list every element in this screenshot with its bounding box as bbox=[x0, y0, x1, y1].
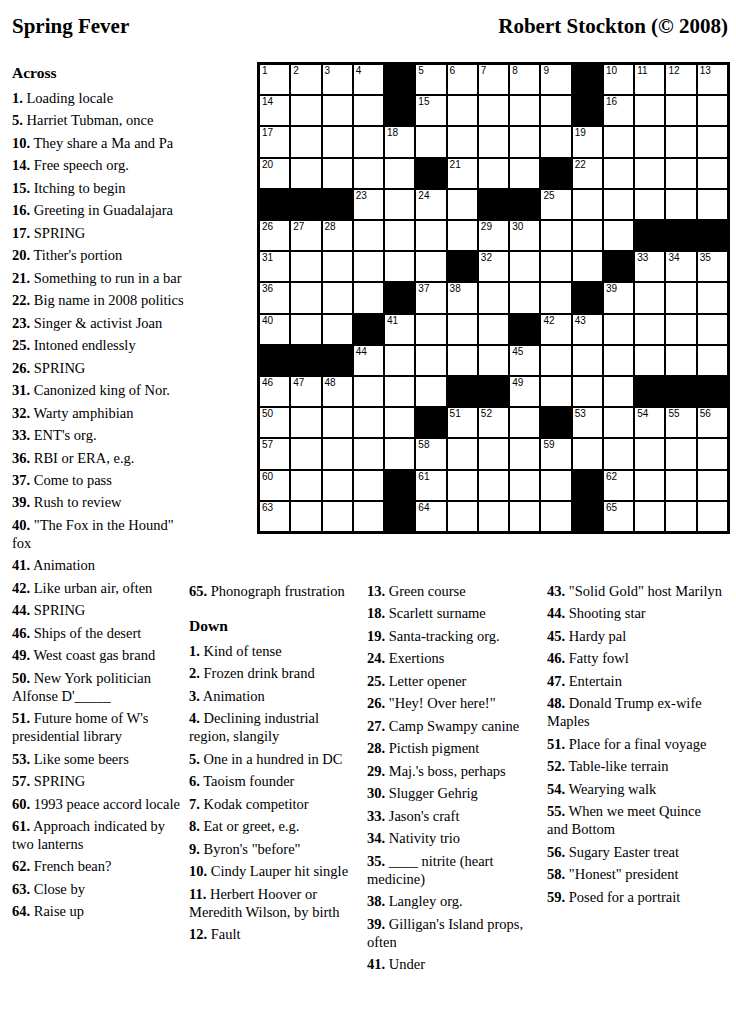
cell-r3c4[interactable] bbox=[354, 127, 383, 156]
cell-r2c9[interactable] bbox=[510, 96, 539, 125]
cell-r12c1[interactable]: 50 bbox=[260, 408, 289, 437]
cell-r4c15[interactable] bbox=[698, 159, 727, 188]
cell-r8c2[interactable] bbox=[291, 283, 320, 312]
cell-r12c3[interactable] bbox=[323, 408, 352, 437]
cell-r10c9[interactable]: 45 bbox=[510, 346, 539, 375]
clue-number: 60. bbox=[12, 796, 30, 812]
cell-r7c9[interactable] bbox=[510, 252, 539, 281]
clue-down-9: 9. Byron's "before" bbox=[189, 841, 360, 859]
clue-text: Fatty fowl bbox=[565, 650, 629, 666]
clue-across-40: 40. "The Fox in the Hound" fox bbox=[12, 517, 186, 553]
clue-text: "The Fox in the Hound" fox bbox=[12, 517, 174, 551]
cell-r7c5[interactable] bbox=[385, 252, 414, 281]
cell-r1c9[interactable]: 8 bbox=[510, 65, 539, 94]
cell-r1c8[interactable]: 7 bbox=[479, 65, 508, 94]
cell-r6c13-black bbox=[635, 221, 664, 250]
clue-text: Phonograph frustration bbox=[207, 583, 345, 599]
cell-r2c1[interactable]: 14 bbox=[260, 96, 289, 125]
clue-text: ____ nitrite (heart medicine) bbox=[367, 853, 493, 887]
clue-down-30: 30. Slugger Gehrig bbox=[367, 785, 535, 803]
cell-r10c10[interactable] bbox=[541, 346, 570, 375]
clue-across-21: 21. Something to run in a bar bbox=[12, 270, 186, 288]
cell-r6c12[interactable] bbox=[604, 221, 633, 250]
cell-r10c6[interactable] bbox=[416, 346, 445, 375]
cell-r9c4-black bbox=[354, 315, 383, 344]
cell-number: 15 bbox=[418, 96, 429, 108]
cell-r6c10[interactable] bbox=[541, 221, 570, 250]
cell-r6c5[interactable] bbox=[385, 221, 414, 250]
clue-number: 28. bbox=[367, 740, 385, 756]
cell-r12c9[interactable] bbox=[510, 408, 539, 437]
cell-r9c15[interactable] bbox=[698, 315, 727, 344]
cell-number: 1 bbox=[262, 65, 268, 77]
cell-r11c12[interactable] bbox=[604, 377, 633, 406]
cell-r5c7[interactable] bbox=[448, 190, 477, 219]
crossword-grid: 1234567891011121314151617181920212223242… bbox=[257, 62, 730, 534]
cell-r4c9[interactable] bbox=[510, 159, 539, 188]
cell-r1c3[interactable]: 3 bbox=[323, 65, 352, 94]
across-clue-list: 1. Loading locale5. Harriet Tubman, once… bbox=[12, 90, 186, 921]
cell-r9c8[interactable] bbox=[479, 315, 508, 344]
cell-r9c12[interactable] bbox=[604, 315, 633, 344]
cell-number: 58 bbox=[418, 439, 429, 451]
clue-text: "Honest" president bbox=[565, 866, 678, 882]
clue-text: "Solid Gold" host Marilyn bbox=[565, 583, 722, 599]
clue-text: Eat or greet, e.g. bbox=[200, 818, 299, 834]
cell-r8c7[interactable]: 38 bbox=[448, 283, 477, 312]
cell-r12c2[interactable] bbox=[291, 408, 320, 437]
cell-r15c5-black bbox=[385, 502, 414, 531]
cell-number: 32 bbox=[481, 252, 492, 264]
cell-r11c8-black bbox=[479, 377, 508, 406]
clue-number: 33. bbox=[367, 808, 385, 824]
cell-number: 17 bbox=[262, 127, 273, 139]
cell-r2c7[interactable] bbox=[448, 96, 477, 125]
down-header: Down bbox=[189, 617, 360, 635]
down-clue-list-end: 43. "Solid Gold" host Marilyn44. Shootin… bbox=[547, 583, 723, 907]
clue-down-52: 52. Table-like terrain bbox=[547, 758, 723, 776]
cell-r8c15[interactable] bbox=[698, 283, 727, 312]
cell-r1c1[interactable]: 1 bbox=[260, 65, 289, 94]
clue-number: 59. bbox=[547, 889, 565, 905]
cell-r1c5-black bbox=[385, 65, 414, 94]
cell-r6c3[interactable]: 28 bbox=[323, 221, 352, 250]
cell-r9c3[interactable] bbox=[323, 315, 352, 344]
clue-text: Posed for a portrait bbox=[565, 889, 680, 905]
cell-r3c3[interactable] bbox=[323, 127, 352, 156]
cell-r9c6[interactable] bbox=[416, 315, 445, 344]
cell-r6c7[interactable] bbox=[448, 221, 477, 250]
clue-down-41: 41. Under bbox=[367, 956, 535, 974]
clue-text: Ships of the desert bbox=[30, 625, 141, 641]
cell-r6c14-black bbox=[666, 221, 695, 250]
cell-r8c12[interactable]: 39 bbox=[604, 283, 633, 312]
cell-r13c15[interactable] bbox=[698, 439, 727, 468]
cell-r15c12[interactable]: 65 bbox=[604, 502, 633, 531]
clue-number: 34. bbox=[367, 830, 385, 846]
clue-text: Table-like terrain bbox=[565, 758, 668, 774]
cell-r15c14[interactable] bbox=[666, 502, 695, 531]
clue-number: 57. bbox=[12, 773, 30, 789]
cell-r7c3[interactable] bbox=[323, 252, 352, 281]
cell-r10c8[interactable] bbox=[479, 346, 508, 375]
clue-number: 13. bbox=[367, 583, 385, 599]
cell-r2c6[interactable]: 15 bbox=[416, 96, 445, 125]
cell-r14c15[interactable] bbox=[698, 471, 727, 500]
clue-across-49: 49. West coast gas brand bbox=[12, 647, 186, 665]
clue-across-23: 23. Singer & activist Joan bbox=[12, 315, 186, 333]
cell-r6c2[interactable]: 27 bbox=[291, 221, 320, 250]
cell-r3c5[interactable]: 18 bbox=[385, 127, 414, 156]
cell-r5c11[interactable] bbox=[573, 190, 602, 219]
cell-r8c1[interactable]: 36 bbox=[260, 283, 289, 312]
cell-r2c8[interactable] bbox=[479, 96, 508, 125]
clue-across-37: 37. Come to pass bbox=[12, 472, 186, 490]
cell-r14c11-black bbox=[573, 471, 602, 500]
cell-r11c1[interactable]: 46 bbox=[260, 377, 289, 406]
clue-across-5: 5. Harriet Tubman, once bbox=[12, 112, 186, 130]
clue-number: 14. bbox=[12, 157, 30, 173]
cell-r11c13-black bbox=[635, 377, 664, 406]
cell-r4c13[interactable] bbox=[635, 159, 664, 188]
cell-r4c14[interactable] bbox=[666, 159, 695, 188]
cell-number: 49 bbox=[512, 377, 523, 389]
clue-down-28: 28. Pictish pigment bbox=[367, 740, 535, 758]
cell-r15c15[interactable] bbox=[698, 502, 727, 531]
cell-r9c9-black bbox=[510, 315, 539, 344]
cell-r1c10[interactable]: 9 bbox=[541, 65, 570, 94]
clue-down-44: 44. Shooting star bbox=[547, 605, 723, 623]
cell-r7c14[interactable]: 34 bbox=[666, 252, 695, 281]
cell-r14c4[interactable] bbox=[354, 471, 383, 500]
cell-r6c9[interactable]: 30 bbox=[510, 221, 539, 250]
cell-number: 63 bbox=[262, 502, 273, 514]
cell-r4c5[interactable] bbox=[385, 159, 414, 188]
clue-down-45: 45. Hardy pal bbox=[547, 628, 723, 646]
cell-r4c8[interactable] bbox=[479, 159, 508, 188]
cell-r2c10[interactable] bbox=[541, 96, 570, 125]
clue-down-11: 11. Herbert Hoover or Meredith Wilson, b… bbox=[189, 886, 360, 922]
cell-r9c11[interactable]: 43 bbox=[573, 315, 602, 344]
cell-r13c9[interactable] bbox=[510, 439, 539, 468]
cell-r14c2[interactable] bbox=[291, 471, 320, 500]
cell-r1c12[interactable]: 10 bbox=[604, 65, 633, 94]
cell-r12c15[interactable]: 56 bbox=[698, 408, 727, 437]
cell-r3c8[interactable] bbox=[479, 127, 508, 156]
cell-r5c4[interactable]: 23 bbox=[354, 190, 383, 219]
cell-r4c3[interactable] bbox=[323, 159, 352, 188]
cell-r14c1[interactable]: 60 bbox=[260, 471, 289, 500]
cell-r8c6[interactable]: 37 bbox=[416, 283, 445, 312]
cell-r8c11-black bbox=[573, 283, 602, 312]
cell-r13c11[interactable] bbox=[573, 439, 602, 468]
cell-number: 27 bbox=[293, 221, 304, 233]
cell-r6c4[interactable] bbox=[354, 221, 383, 250]
clue-text: Fault bbox=[207, 926, 240, 942]
cell-r1c13[interactable]: 11 bbox=[635, 65, 664, 94]
cell-r12c12[interactable] bbox=[604, 408, 633, 437]
cell-r14c10[interactable] bbox=[541, 471, 570, 500]
cell-r9c2[interactable] bbox=[291, 315, 320, 344]
cell-r13c2[interactable] bbox=[291, 439, 320, 468]
cell-r3c14[interactable] bbox=[666, 127, 695, 156]
cell-r2c4[interactable] bbox=[354, 96, 383, 125]
cell-r7c8[interactable]: 32 bbox=[479, 252, 508, 281]
cell-r15c3[interactable] bbox=[323, 502, 352, 531]
clue-down-5: 5. One in a hundred in DC bbox=[189, 751, 360, 769]
cell-r10c5[interactable] bbox=[385, 346, 414, 375]
cell-r5c6[interactable]: 24 bbox=[416, 190, 445, 219]
cell-r9c5[interactable]: 41 bbox=[385, 315, 414, 344]
cell-r7c15[interactable]: 35 bbox=[698, 252, 727, 281]
cell-r5c14[interactable] bbox=[666, 190, 695, 219]
cell-r5c13[interactable] bbox=[635, 190, 664, 219]
cell-r3c15[interactable] bbox=[698, 127, 727, 156]
cell-r12c5[interactable] bbox=[385, 408, 414, 437]
cell-r10c12[interactable] bbox=[604, 346, 633, 375]
cell-r8c9[interactable] bbox=[510, 283, 539, 312]
clue-text: Green course bbox=[385, 583, 466, 599]
cell-r12c4[interactable] bbox=[354, 408, 383, 437]
cell-r12c7[interactable]: 51 bbox=[448, 408, 477, 437]
clue-down-2: 2. Frozen drink brand bbox=[189, 665, 360, 683]
clue-number: 12. bbox=[189, 926, 207, 942]
cell-number: 13 bbox=[700, 65, 711, 77]
cell-r4c7[interactable]: 21 bbox=[448, 159, 477, 188]
clue-number: 53. bbox=[12, 751, 30, 767]
clue-number: 56. bbox=[547, 844, 565, 860]
cell-r10c4[interactable]: 44 bbox=[354, 346, 383, 375]
cell-r13c4[interactable] bbox=[354, 439, 383, 468]
cell-r15c4[interactable] bbox=[354, 502, 383, 531]
cell-number: 16 bbox=[606, 96, 617, 108]
cell-r1c7[interactable]: 6 bbox=[448, 65, 477, 94]
clue-down-26: 26. "Hey! Over here!" bbox=[367, 695, 535, 713]
clue-text: Langley org. bbox=[385, 893, 462, 909]
cell-r9c14[interactable] bbox=[666, 315, 695, 344]
cell-r12c14[interactable]: 55 bbox=[666, 408, 695, 437]
cell-r13c14[interactable] bbox=[666, 439, 695, 468]
cell-r5c12[interactable] bbox=[604, 190, 633, 219]
cell-r2c13[interactable] bbox=[635, 96, 664, 125]
cell-r9c10[interactable]: 42 bbox=[541, 315, 570, 344]
cell-r1c4[interactable]: 4 bbox=[354, 65, 383, 94]
cell-r2c15[interactable] bbox=[698, 96, 727, 125]
cell-r12c13[interactable]: 54 bbox=[635, 408, 664, 437]
clue-down-47: 47. Entertain bbox=[547, 673, 723, 691]
cell-number: 60 bbox=[262, 471, 273, 483]
cell-r14c13[interactable] bbox=[635, 471, 664, 500]
clue-text: Raise up bbox=[30, 903, 84, 919]
clue-text: Singer & activist Joan bbox=[30, 315, 162, 331]
cell-number: 50 bbox=[262, 408, 273, 420]
clue-down-12: 12. Fault bbox=[189, 926, 360, 944]
cell-r13c5[interactable] bbox=[385, 439, 414, 468]
clue-number: 44. bbox=[547, 605, 565, 621]
cell-r10c13[interactable] bbox=[635, 346, 664, 375]
cell-number: 41 bbox=[387, 315, 398, 327]
cell-r13c7[interactable] bbox=[448, 439, 477, 468]
cell-r2c14[interactable] bbox=[666, 96, 695, 125]
cell-r14c6[interactable]: 61 bbox=[416, 471, 445, 500]
cell-number: 10 bbox=[606, 65, 617, 77]
cell-r15c7[interactable] bbox=[448, 502, 477, 531]
cell-r1c6[interactable]: 5 bbox=[416, 65, 445, 94]
cell-r10c14[interactable] bbox=[666, 346, 695, 375]
cell-number: 40 bbox=[262, 315, 273, 327]
cell-number: 11 bbox=[637, 65, 647, 77]
clue-text: Maj.'s boss, perhaps bbox=[385, 763, 506, 779]
cell-r9c13[interactable] bbox=[635, 315, 664, 344]
clue-number: 41. bbox=[367, 956, 385, 972]
cell-r11c6[interactable] bbox=[416, 377, 445, 406]
cell-r15c6[interactable]: 64 bbox=[416, 502, 445, 531]
clue-down-55: 55. When we meet Quince and Bottom bbox=[547, 803, 723, 839]
cell-r7c6[interactable] bbox=[416, 252, 445, 281]
cell-r7c1[interactable]: 31 bbox=[260, 252, 289, 281]
cell-r15c2[interactable] bbox=[291, 502, 320, 531]
cell-r14c9[interactable] bbox=[510, 471, 539, 500]
cell-r3c12[interactable] bbox=[604, 127, 633, 156]
cell-r12c8[interactable]: 52 bbox=[479, 408, 508, 437]
cell-r12c6-black bbox=[416, 408, 445, 437]
cell-r3c9[interactable] bbox=[510, 127, 539, 156]
cell-r15c13[interactable] bbox=[635, 502, 664, 531]
cell-number: 51 bbox=[450, 408, 461, 420]
cell-r14c12[interactable]: 62 bbox=[604, 471, 633, 500]
cell-r14c8[interactable] bbox=[479, 471, 508, 500]
clue-text: Loading locale bbox=[23, 90, 113, 106]
cell-r7c2[interactable] bbox=[291, 252, 320, 281]
cell-r1c15[interactable]: 13 bbox=[698, 65, 727, 94]
cell-number: 30 bbox=[512, 221, 523, 233]
cell-r6c11[interactable] bbox=[573, 221, 602, 250]
cell-r11c11[interactable] bbox=[573, 377, 602, 406]
cell-r2c12[interactable]: 16 bbox=[604, 96, 633, 125]
cell-r11c9[interactable]: 49 bbox=[510, 377, 539, 406]
cell-r9c1[interactable]: 40 bbox=[260, 315, 289, 344]
cell-r11c5[interactable] bbox=[385, 377, 414, 406]
clue-text: Tither's portion bbox=[30, 247, 122, 263]
clue-text: Animation bbox=[30, 557, 95, 573]
cell-r7c13[interactable]: 33 bbox=[635, 252, 664, 281]
clue-text: Warty amphibian bbox=[30, 405, 133, 421]
clue-across-33: 33. ENT's org. bbox=[12, 427, 186, 445]
cell-r10c15[interactable] bbox=[698, 346, 727, 375]
cell-r3c7[interactable] bbox=[448, 127, 477, 156]
cell-r8c4[interactable] bbox=[354, 283, 383, 312]
cell-number: 25 bbox=[543, 190, 554, 202]
cell-r15c8[interactable] bbox=[479, 502, 508, 531]
cell-r14c3[interactable] bbox=[323, 471, 352, 500]
cell-r1c14[interactable]: 12 bbox=[666, 65, 695, 94]
cell-r4c12[interactable] bbox=[604, 159, 633, 188]
cell-r15c9[interactable] bbox=[510, 502, 539, 531]
cell-r4c4[interactable] bbox=[354, 159, 383, 188]
clue-text: "Hey! Over here!" bbox=[385, 695, 495, 711]
cell-number: 21 bbox=[450, 159, 461, 171]
cell-r11c3[interactable]: 48 bbox=[323, 377, 352, 406]
cell-r13c10[interactable]: 59 bbox=[541, 439, 570, 468]
puzzle-byline: Robert Stockton (© 2008) bbox=[498, 14, 728, 39]
clue-number: 25. bbox=[12, 337, 30, 353]
cell-r1c2[interactable]: 2 bbox=[291, 65, 320, 94]
cell-r9c7[interactable] bbox=[448, 315, 477, 344]
cell-r11c2[interactable]: 47 bbox=[291, 377, 320, 406]
cell-number: 54 bbox=[637, 408, 648, 420]
clue-down-1: 1. Kind of tense bbox=[189, 643, 360, 661]
cell-r13c12[interactable] bbox=[604, 439, 633, 468]
clue-across-22: 22. Big name in 2008 politics bbox=[12, 292, 186, 310]
cell-r5c5[interactable] bbox=[385, 190, 414, 219]
cell-r13c13[interactable] bbox=[635, 439, 664, 468]
cell-r11c4[interactable] bbox=[354, 377, 383, 406]
cell-r13c1[interactable]: 57 bbox=[260, 439, 289, 468]
cell-r13c8[interactable] bbox=[479, 439, 508, 468]
cell-r3c11[interactable]: 19 bbox=[573, 127, 602, 156]
cell-r8c8[interactable] bbox=[479, 283, 508, 312]
cell-r10c3-black bbox=[323, 346, 352, 375]
clue-text: Hardy pal bbox=[565, 628, 626, 644]
clue-down-13: 13. Green course bbox=[367, 583, 535, 601]
cell-r15c1[interactable]: 63 bbox=[260, 502, 289, 531]
cell-r6c8[interactable]: 29 bbox=[479, 221, 508, 250]
cell-r8c14[interactable] bbox=[666, 283, 695, 312]
cell-r8c10[interactable] bbox=[541, 283, 570, 312]
cell-r2c3[interactable] bbox=[323, 96, 352, 125]
clue-down-43: 43. "Solid Gold" host Marilyn bbox=[547, 583, 723, 601]
cell-r3c13[interactable] bbox=[635, 127, 664, 156]
clue-down-34: 34. Nativity trio bbox=[367, 830, 535, 848]
clue-number: 16. bbox=[12, 202, 30, 218]
cell-r6c1[interactable]: 26 bbox=[260, 221, 289, 250]
cell-number: 52 bbox=[481, 408, 492, 420]
cell-r15c10[interactable] bbox=[541, 502, 570, 531]
clue-text: Exertions bbox=[385, 650, 444, 666]
cell-r7c10[interactable] bbox=[541, 252, 570, 281]
cell-r7c7-black bbox=[448, 252, 477, 281]
cell-r11c10[interactable] bbox=[541, 377, 570, 406]
cell-r10c7[interactable] bbox=[448, 346, 477, 375]
cell-r7c11[interactable] bbox=[573, 252, 602, 281]
cell-r3c1[interactable]: 17 bbox=[260, 127, 289, 156]
cell-r12c11[interactable]: 53 bbox=[573, 408, 602, 437]
cell-r4c2[interactable] bbox=[291, 159, 320, 188]
cell-r14c7[interactable] bbox=[448, 471, 477, 500]
cell-r13c3[interactable] bbox=[323, 439, 352, 468]
cell-r8c13[interactable] bbox=[635, 283, 664, 312]
clue-number: 33. bbox=[12, 427, 30, 443]
clue-text: Taoism founder bbox=[200, 773, 295, 789]
cell-r5c10[interactable]: 25 bbox=[541, 190, 570, 219]
clue-text: Nativity trio bbox=[385, 830, 460, 846]
cell-r3c6[interactable] bbox=[416, 127, 445, 156]
cell-r7c4[interactable] bbox=[354, 252, 383, 281]
cell-r3c2[interactable] bbox=[291, 127, 320, 156]
cell-r6c6[interactable] bbox=[416, 221, 445, 250]
cell-r8c3[interactable] bbox=[323, 283, 352, 312]
cell-r14c14[interactable] bbox=[666, 471, 695, 500]
cell-r2c2[interactable] bbox=[291, 96, 320, 125]
cell-r3c10[interactable] bbox=[541, 127, 570, 156]
cell-r5c15[interactable] bbox=[698, 190, 727, 219]
cell-r4c1[interactable]: 20 bbox=[260, 159, 289, 188]
cell-r10c11[interactable] bbox=[573, 346, 602, 375]
cell-number: 33 bbox=[637, 252, 648, 264]
cell-r13c6[interactable]: 58 bbox=[416, 439, 445, 468]
cell-r4c11[interactable]: 22 bbox=[573, 159, 602, 188]
clue-text: New York politician Alfonse D'_____ bbox=[12, 670, 151, 704]
